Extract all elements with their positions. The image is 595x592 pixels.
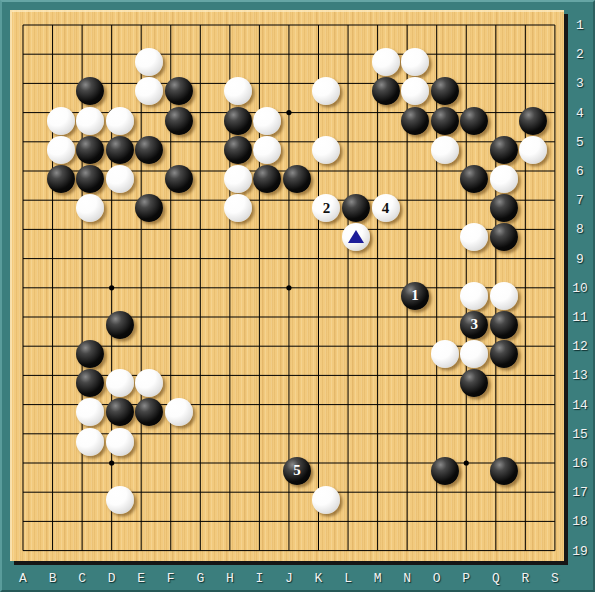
board-point-I9[interactable] [253,252,283,281]
board-point-C4[interactable] [75,106,105,135]
board-point-P3[interactable] [459,77,489,106]
board-point-A5[interactable] [16,135,46,164]
board-point-A14[interactable] [16,398,46,427]
board-point-D13[interactable] [105,369,135,398]
board-point-J16[interactable]: 5 [282,456,312,485]
board-point-B15[interactable] [46,427,76,456]
board-point-C6[interactable] [75,164,105,193]
board-point-F16[interactable] [164,456,194,485]
board-point-L10[interactable] [341,281,371,310]
board-point-B9[interactable] [46,252,76,281]
board-point-A10[interactable] [16,281,46,310]
board-point-G5[interactable] [193,135,223,164]
board-point-Q15[interactable] [489,427,519,456]
board-point-N17[interactable] [400,485,430,514]
board-point-A6[interactable] [16,164,46,193]
board-point-C15[interactable] [75,427,105,456]
board-point-F18[interactable] [164,515,194,544]
board-point-F13[interactable] [164,369,194,398]
board-point-B3[interactable] [46,77,76,106]
board-point-A1[interactable] [16,18,46,47]
board-point-O4[interactable] [430,106,460,135]
board-point-I18[interactable] [253,515,283,544]
board-point-H11[interactable] [223,310,253,339]
board-point-R12[interactable] [518,339,548,368]
board-point-C12[interactable] [75,339,105,368]
board-point-M14[interactable] [371,398,401,427]
board-point-E11[interactable] [134,310,164,339]
board-point-N12[interactable] [400,339,430,368]
board-point-G2[interactable] [193,48,223,77]
board-point-L12[interactable] [341,339,371,368]
board-point-I4[interactable] [253,106,283,135]
board-point-G1[interactable] [193,18,223,47]
board-point-B19[interactable] [46,544,76,573]
board-point-J2[interactable] [282,48,312,77]
board-point-D19[interactable] [105,544,135,573]
board-point-D3[interactable] [105,77,135,106]
board-point-C13[interactable] [75,369,105,398]
board-point-E10[interactable] [134,281,164,310]
board-point-C16[interactable] [75,456,105,485]
board-point-F12[interactable] [164,339,194,368]
board-point-L15[interactable] [341,427,371,456]
board-point-J1[interactable] [282,18,312,47]
board-point-O1[interactable] [430,18,460,47]
board-point-P2[interactable] [459,48,489,77]
board-point-B12[interactable] [46,339,76,368]
board-point-M18[interactable] [371,515,401,544]
board-point-B7[interactable] [46,194,76,223]
board-point-N13[interactable] [400,369,430,398]
board-point-M11[interactable] [371,310,401,339]
board-point-O10[interactable] [430,281,460,310]
board-point-D14[interactable] [105,398,135,427]
board-point-E2[interactable] [134,48,164,77]
board-point-A2[interactable] [16,48,46,77]
board-point-M10[interactable] [371,281,401,310]
board-point-F5[interactable] [164,135,194,164]
board-point-J11[interactable] [282,310,312,339]
board-point-G9[interactable] [193,252,223,281]
board-point-L7[interactable] [341,194,371,223]
board-point-C3[interactable] [75,77,105,106]
board-point-G17[interactable] [193,485,223,514]
board-point-N1[interactable] [400,18,430,47]
board-point-L16[interactable] [341,456,371,485]
board-point-F19[interactable] [164,544,194,573]
board-point-B18[interactable] [46,515,76,544]
board-point-O11[interactable] [430,310,460,339]
board-point-O18[interactable] [430,515,460,544]
board-point-P4[interactable] [459,106,489,135]
board-point-F4[interactable] [164,106,194,135]
board-point-B8[interactable] [46,223,76,252]
board-point-N10[interactable]: 1 [400,281,430,310]
board-point-C10[interactable] [75,281,105,310]
board-point-K9[interactable] [312,252,342,281]
board-point-P9[interactable] [459,252,489,281]
board-point-K18[interactable] [312,515,342,544]
board-point-K12[interactable] [312,339,342,368]
board-point-K7[interactable]: 2 [312,194,342,223]
board-point-N2[interactable] [400,48,430,77]
board-point-S3[interactable] [548,77,578,106]
board-point-F15[interactable] [164,427,194,456]
board-point-M13[interactable] [371,369,401,398]
board-point-C18[interactable] [75,515,105,544]
board-point-R5[interactable] [518,135,548,164]
board-point-N11[interactable] [400,310,430,339]
board-point-P13[interactable] [459,369,489,398]
board-point-G3[interactable] [193,77,223,106]
board-point-Q17[interactable] [489,485,519,514]
board-point-H15[interactable] [223,427,253,456]
board-point-E19[interactable] [134,544,164,573]
board-point-O2[interactable] [430,48,460,77]
board-point-B10[interactable] [46,281,76,310]
board-point-E12[interactable] [134,339,164,368]
board-point-J14[interactable] [282,398,312,427]
board-point-C5[interactable] [75,135,105,164]
board-point-A11[interactable] [16,310,46,339]
board-point-E3[interactable] [134,77,164,106]
board-point-R19[interactable] [518,544,548,573]
board-point-M8[interactable] [371,223,401,252]
board-point-J19[interactable] [282,544,312,573]
board-point-D18[interactable] [105,515,135,544]
board-point-A13[interactable] [16,369,46,398]
board-point-K11[interactable] [312,310,342,339]
board-point-R3[interactable] [518,77,548,106]
board-point-C2[interactable] [75,48,105,77]
board-point-K4[interactable] [312,106,342,135]
board-point-A4[interactable] [16,106,46,135]
board-point-O8[interactable] [430,223,460,252]
board-point-I19[interactable] [253,544,283,573]
board-point-D9[interactable] [105,252,135,281]
board-point-E4[interactable] [134,106,164,135]
board-point-G14[interactable] [193,398,223,427]
board-point-B14[interactable] [46,398,76,427]
board-point-B16[interactable] [46,456,76,485]
board-point-F1[interactable] [164,18,194,47]
board-point-H7[interactable] [223,194,253,223]
board-point-D15[interactable] [105,427,135,456]
board-point-L11[interactable] [341,310,371,339]
board-point-R7[interactable] [518,194,548,223]
board-point-J9[interactable] [282,252,312,281]
board-point-B17[interactable] [46,485,76,514]
board-point-R2[interactable] [518,48,548,77]
board-point-R10[interactable] [518,281,548,310]
board-point-B13[interactable] [46,369,76,398]
board-point-H5[interactable] [223,135,253,164]
board-point-I15[interactable] [253,427,283,456]
board-point-P15[interactable] [459,427,489,456]
board-point-P17[interactable] [459,485,489,514]
board-point-I14[interactable] [253,398,283,427]
board-point-O19[interactable] [430,544,460,573]
board-point-I8[interactable] [253,223,283,252]
board-point-S4[interactable] [548,106,578,135]
board-point-K1[interactable] [312,18,342,47]
board-point-M3[interactable] [371,77,401,106]
board-point-F2[interactable] [164,48,194,77]
board-point-K10[interactable] [312,281,342,310]
board-point-O7[interactable] [430,194,460,223]
board-point-N4[interactable] [400,106,430,135]
board-point-O15[interactable] [430,427,460,456]
board-point-E16[interactable] [134,456,164,485]
board-point-R15[interactable] [518,427,548,456]
board-point-D17[interactable] [105,485,135,514]
board-point-A16[interactable] [16,456,46,485]
board-point-H17[interactable] [223,485,253,514]
board-point-J8[interactable] [282,223,312,252]
board-point-R11[interactable] [518,310,548,339]
board-point-I10[interactable] [253,281,283,310]
board-point-G4[interactable] [193,106,223,135]
board-point-H9[interactable] [223,252,253,281]
board-point-I17[interactable] [253,485,283,514]
board-point-R14[interactable] [518,398,548,427]
board-point-A8[interactable] [16,223,46,252]
board-point-K14[interactable] [312,398,342,427]
board-point-A3[interactable] [16,77,46,106]
board-point-D16[interactable] [105,456,135,485]
board-point-A17[interactable] [16,485,46,514]
board-point-M7[interactable]: 4 [371,194,401,223]
board-point-M9[interactable] [371,252,401,281]
board-point-R8[interactable] [518,223,548,252]
board-point-I11[interactable] [253,310,283,339]
board-point-H2[interactable] [223,48,253,77]
board-point-Q18[interactable] [489,515,519,544]
board-point-E13[interactable] [134,369,164,398]
board-point-I5[interactable] [253,135,283,164]
board-point-D12[interactable] [105,339,135,368]
board-point-E9[interactable] [134,252,164,281]
board-point-B5[interactable] [46,135,76,164]
board-point-H12[interactable] [223,339,253,368]
board-point-S8[interactable] [548,223,578,252]
board-point-C17[interactable] [75,485,105,514]
board-point-F3[interactable] [164,77,194,106]
board-point-A15[interactable] [16,427,46,456]
board-point-P5[interactable] [459,135,489,164]
board-point-M2[interactable] [371,48,401,77]
board-point-A19[interactable] [16,544,46,573]
board-point-C14[interactable] [75,398,105,427]
board-point-H3[interactable] [223,77,253,106]
board-point-M17[interactable] [371,485,401,514]
board-point-P16[interactable] [459,456,489,485]
board-point-M15[interactable] [371,427,401,456]
board-point-S6[interactable] [548,164,578,193]
board-point-O3[interactable] [430,77,460,106]
board-point-D11[interactable] [105,310,135,339]
board-point-J7[interactable] [282,194,312,223]
board-point-R13[interactable] [518,369,548,398]
board-point-R4[interactable] [518,106,548,135]
board-point-S5[interactable] [548,135,578,164]
board-point-I13[interactable] [253,369,283,398]
board-point-A7[interactable] [16,194,46,223]
board-point-Q4[interactable] [489,106,519,135]
board-point-J12[interactable] [282,339,312,368]
board-point-J18[interactable] [282,515,312,544]
board-point-G11[interactable] [193,310,223,339]
board-point-R1[interactable] [518,18,548,47]
board-point-M1[interactable] [371,18,401,47]
board-point-L14[interactable] [341,398,371,427]
board-point-G7[interactable] [193,194,223,223]
board-point-P18[interactable] [459,515,489,544]
board-point-M16[interactable] [371,456,401,485]
board-point-P1[interactable] [459,18,489,47]
board-point-N7[interactable] [400,194,430,223]
board-point-J6[interactable] [282,164,312,193]
board-point-B2[interactable] [46,48,76,77]
board-point-K8[interactable] [312,223,342,252]
board-point-N14[interactable] [400,398,430,427]
board-point-H19[interactable] [223,544,253,573]
board-point-O16[interactable] [430,456,460,485]
board-point-B1[interactable] [46,18,76,47]
board-point-P7[interactable] [459,194,489,223]
board-point-Q19[interactable] [489,544,519,573]
board-point-G16[interactable] [193,456,223,485]
board-point-E5[interactable] [134,135,164,164]
board-point-L18[interactable] [341,515,371,544]
board-point-H8[interactable] [223,223,253,252]
board-point-K6[interactable] [312,164,342,193]
board-point-I12[interactable] [253,339,283,368]
board-point-Q2[interactable] [489,48,519,77]
board-point-G8[interactable] [193,223,223,252]
board-point-Q16[interactable] [489,456,519,485]
board-point-C11[interactable] [75,310,105,339]
board-point-P8[interactable] [459,223,489,252]
board-point-H14[interactable] [223,398,253,427]
board-point-E17[interactable] [134,485,164,514]
board-point-C8[interactable] [75,223,105,252]
board-point-P19[interactable] [459,544,489,573]
board-point-K17[interactable] [312,485,342,514]
board-point-D6[interactable] [105,164,135,193]
board-point-F17[interactable] [164,485,194,514]
board-point-Q10[interactable] [489,281,519,310]
board-point-L4[interactable] [341,106,371,135]
board-point-J15[interactable] [282,427,312,456]
board-point-O17[interactable] [430,485,460,514]
board-point-P6[interactable] [459,164,489,193]
board-point-K16[interactable] [312,456,342,485]
board-point-K15[interactable] [312,427,342,456]
board-point-E18[interactable] [134,515,164,544]
board-point-O6[interactable] [430,164,460,193]
board-point-G10[interactable] [193,281,223,310]
board-point-H18[interactable] [223,515,253,544]
board-point-F7[interactable] [164,194,194,223]
board-point-Q13[interactable] [489,369,519,398]
board-point-G13[interactable] [193,369,223,398]
board-point-E7[interactable] [134,194,164,223]
board-point-E8[interactable] [134,223,164,252]
board-point-L8[interactable] [341,223,371,252]
board-point-G18[interactable] [193,515,223,544]
board-point-M12[interactable] [371,339,401,368]
board-point-N9[interactable] [400,252,430,281]
board-point-M19[interactable] [371,544,401,573]
board-point-S2[interactable] [548,48,578,77]
board-point-R6[interactable] [518,164,548,193]
board-point-N6[interactable] [400,164,430,193]
board-point-L17[interactable] [341,485,371,514]
board-point-L13[interactable] [341,369,371,398]
board-point-F10[interactable] [164,281,194,310]
board-point-D4[interactable] [105,106,135,135]
board-point-K5[interactable] [312,135,342,164]
board-point-R17[interactable] [518,485,548,514]
board-point-Q14[interactable] [489,398,519,427]
board-point-C1[interactable] [75,18,105,47]
board-point-D8[interactable] [105,223,135,252]
board-point-K13[interactable] [312,369,342,398]
board-point-F14[interactable] [164,398,194,427]
board-point-H4[interactable] [223,106,253,135]
board-point-F11[interactable] [164,310,194,339]
board-point-F9[interactable] [164,252,194,281]
board-point-B6[interactable] [46,164,76,193]
board-point-P12[interactable] [459,339,489,368]
board-point-D2[interactable] [105,48,135,77]
board-point-N18[interactable] [400,515,430,544]
board-point-D7[interactable] [105,194,135,223]
board-point-E1[interactable] [134,18,164,47]
board-point-O9[interactable] [430,252,460,281]
board-point-B4[interactable] [46,106,76,135]
board-point-H10[interactable] [223,281,253,310]
board-point-I16[interactable] [253,456,283,485]
board-point-I3[interactable] [253,77,283,106]
board-point-M6[interactable] [371,164,401,193]
board-point-R16[interactable] [518,456,548,485]
board-point-Q3[interactable] [489,77,519,106]
board-point-L6[interactable] [341,164,371,193]
board-point-J17[interactable] [282,485,312,514]
board-point-H16[interactable] [223,456,253,485]
board-point-Q9[interactable] [489,252,519,281]
board-point-N16[interactable] [400,456,430,485]
board-point-C9[interactable] [75,252,105,281]
board-point-E6[interactable] [134,164,164,193]
board-point-J10[interactable] [282,281,312,310]
board-point-R18[interactable] [518,515,548,544]
board-point-H6[interactable] [223,164,253,193]
board-point-K3[interactable] [312,77,342,106]
board-point-M5[interactable] [371,135,401,164]
board-point-M4[interactable] [371,106,401,135]
board-point-O13[interactable] [430,369,460,398]
board-point-S9[interactable] [548,252,578,281]
board-point-L2[interactable] [341,48,371,77]
board-point-J13[interactable] [282,369,312,398]
board-point-G6[interactable] [193,164,223,193]
board-point-H13[interactable] [223,369,253,398]
board-point-I2[interactable] [253,48,283,77]
